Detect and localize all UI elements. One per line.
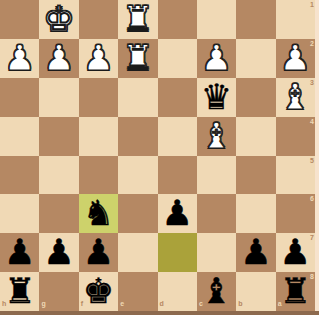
square-e1[interactable]: ♜: [118, 0, 157, 39]
file-label-e: e: [120, 300, 124, 307]
square-d8[interactable]: d: [158, 272, 197, 311]
square-c7[interactable]: [197, 233, 236, 272]
file-label-b: b: [238, 300, 242, 307]
square-g5[interactable]: [39, 156, 78, 195]
square-d7[interactable]: [158, 233, 197, 272]
square-g2[interactable]: ♟: [39, 39, 78, 78]
square-g1[interactable]: ♚: [39, 0, 78, 39]
square-b5[interactable]: [236, 156, 275, 195]
piece-black-bishop[interactable]: ♝: [197, 272, 236, 311]
square-e5[interactable]: [118, 156, 157, 195]
square-a3[interactable]: ♝3: [276, 78, 315, 117]
square-f2[interactable]: ♟: [79, 39, 118, 78]
square-b2[interactable]: [236, 39, 275, 78]
square-h2[interactable]: ♟: [0, 39, 39, 78]
square-g3[interactable]: [39, 78, 78, 117]
square-e3[interactable]: [118, 78, 157, 117]
square-b7[interactable]: ♟: [236, 233, 275, 272]
square-a4[interactable]: 4: [276, 117, 315, 156]
file-label-g: g: [41, 300, 45, 307]
square-h7[interactable]: ♟: [0, 233, 39, 272]
square-c8[interactable]: ♝c: [197, 272, 236, 311]
piece-black-queen[interactable]: ♛: [197, 78, 236, 117]
square-b3[interactable]: [236, 78, 275, 117]
square-f5[interactable]: [79, 156, 118, 195]
square-g8[interactable]: g: [39, 272, 78, 311]
square-d2[interactable]: [158, 39, 197, 78]
chess-board: ♚♜1♟♟♟♜♟♟2♛♝3♝45♞♟6♟♟♟♟♟7♜hg♚fed♝cb♜8a: [0, 0, 315, 311]
piece-white-rook[interactable]: ♜: [118, 39, 157, 78]
square-f3[interactable]: [79, 78, 118, 117]
square-h8[interactable]: ♜h: [0, 272, 39, 311]
square-c2[interactable]: ♟: [197, 39, 236, 78]
square-c6[interactable]: [197, 194, 236, 233]
square-b8[interactable]: b: [236, 272, 275, 311]
piece-black-pawn[interactable]: ♟: [276, 233, 315, 272]
square-f8[interactable]: ♚f: [79, 272, 118, 311]
square-c4[interactable]: ♝: [197, 117, 236, 156]
square-a5[interactable]: 5: [276, 156, 315, 195]
square-d1[interactable]: [158, 0, 197, 39]
rank-label-5: 5: [310, 157, 314, 164]
square-h3[interactable]: [0, 78, 39, 117]
square-g4[interactable]: [39, 117, 78, 156]
piece-white-pawn[interactable]: ♟: [79, 39, 118, 78]
square-d3[interactable]: [158, 78, 197, 117]
piece-black-pawn[interactable]: ♟: [158, 194, 197, 233]
piece-black-king[interactable]: ♚: [79, 272, 118, 311]
square-a2[interactable]: ♟2: [276, 39, 315, 78]
square-e2[interactable]: ♜: [118, 39, 157, 78]
square-a7[interactable]: ♟7: [276, 233, 315, 272]
square-e6[interactable]: [118, 194, 157, 233]
square-a8[interactable]: ♜8a: [276, 272, 315, 311]
board-bottom-edge: [0, 311, 319, 315]
piece-black-pawn[interactable]: ♟: [0, 233, 39, 272]
piece-black-pawn[interactable]: ♟: [39, 233, 78, 272]
square-c1[interactable]: [197, 0, 236, 39]
piece-black-pawn[interactable]: ♟: [236, 233, 275, 272]
square-e7[interactable]: [118, 233, 157, 272]
piece-black-rook[interactable]: ♜: [0, 272, 39, 311]
square-f6[interactable]: ♞: [79, 194, 118, 233]
square-a6[interactable]: 6: [276, 194, 315, 233]
piece-black-rook[interactable]: ♜: [276, 272, 315, 311]
square-g6[interactable]: [39, 194, 78, 233]
square-g7[interactable]: ♟: [39, 233, 78, 272]
rank-label-4: 4: [310, 118, 314, 125]
square-f4[interactable]: [79, 117, 118, 156]
piece-white-king[interactable]: ♚: [39, 0, 78, 39]
square-e8[interactable]: e: [118, 272, 157, 311]
square-d4[interactable]: [158, 117, 197, 156]
chess-app: ♚♜1♟♟♟♜♟♟2♛♝3♝45♞♟6♟♟♟♟♟7♜hg♚fed♝cb♜8a: [0, 0, 319, 315]
piece-white-pawn[interactable]: ♟: [39, 39, 78, 78]
square-b1[interactable]: [236, 0, 275, 39]
piece-black-pawn[interactable]: ♟: [79, 233, 118, 272]
piece-white-pawn[interactable]: ♟: [276, 39, 315, 78]
rank-label-1: 1: [310, 1, 314, 8]
piece-white-bishop[interactable]: ♝: [197, 117, 236, 156]
square-f7[interactable]: ♟: [79, 233, 118, 272]
square-e4[interactable]: [118, 117, 157, 156]
square-h6[interactable]: [0, 194, 39, 233]
square-d6[interactable]: ♟: [158, 194, 197, 233]
square-c5[interactable]: [197, 156, 236, 195]
square-a1[interactable]: 1: [276, 0, 315, 39]
square-c3[interactable]: ♛: [197, 78, 236, 117]
piece-white-bishop[interactable]: ♝: [276, 78, 315, 117]
piece-black-knight[interactable]: ♞: [79, 194, 118, 233]
piece-white-pawn[interactable]: ♟: [197, 39, 236, 78]
square-f1[interactable]: [79, 0, 118, 39]
square-b4[interactable]: [236, 117, 275, 156]
square-h5[interactable]: [0, 156, 39, 195]
piece-white-rook[interactable]: ♜: [118, 0, 157, 39]
file-label-d: d: [160, 300, 164, 307]
square-d5[interactable]: [158, 156, 197, 195]
square-b6[interactable]: [236, 194, 275, 233]
square-h4[interactable]: [0, 117, 39, 156]
rank-label-6: 6: [310, 195, 314, 202]
piece-white-pawn[interactable]: ♟: [0, 39, 39, 78]
square-h1[interactable]: [0, 0, 39, 39]
